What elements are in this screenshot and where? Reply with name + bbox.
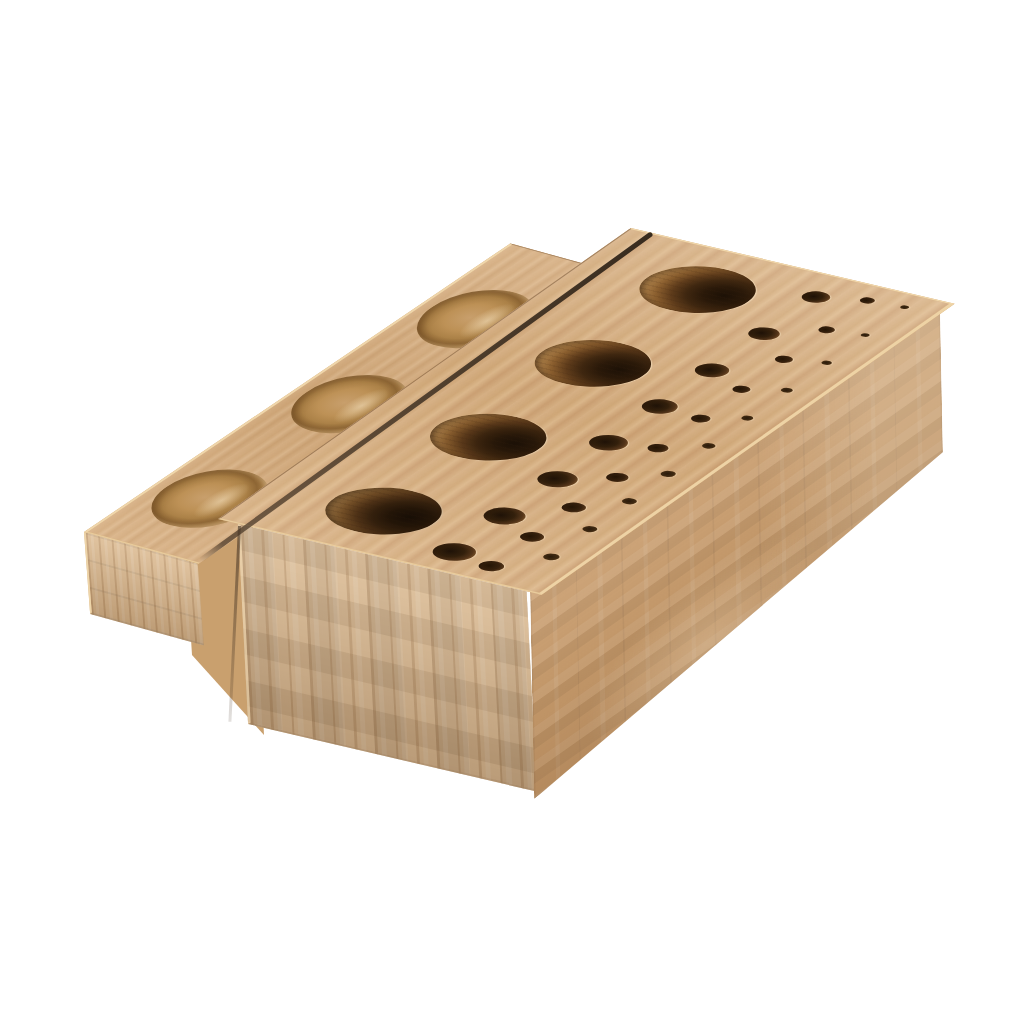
small-hole	[558, 501, 589, 514]
small-hole	[601, 471, 631, 483]
small-hole	[772, 354, 796, 364]
large-hole	[409, 405, 568, 469]
small-hole	[473, 559, 508, 573]
medium-hole	[635, 397, 684, 417]
large-hole	[514, 331, 673, 395]
tiny-hole	[619, 497, 639, 505]
tiny-hole	[859, 332, 872, 337]
small-hole	[857, 296, 877, 304]
tiny-hole	[539, 552, 561, 561]
small-hole	[729, 384, 754, 394]
medium-hole	[688, 361, 735, 380]
small-hole	[644, 442, 672, 453]
tiny-hole	[579, 525, 600, 534]
small-hole	[687, 413, 713, 424]
medium-hole	[424, 540, 483, 564]
tiny-hole	[899, 305, 911, 310]
medium-hole	[582, 432, 635, 453]
tiny-hole	[699, 442, 717, 449]
medium-hole	[476, 505, 533, 528]
medium-hole	[529, 468, 584, 490]
small-hole	[814, 325, 836, 334]
medium-hole	[796, 289, 835, 305]
tiny-hole	[819, 360, 833, 366]
tiny-hole	[659, 470, 678, 478]
small-hole	[516, 530, 549, 543]
tiny-hole	[739, 415, 756, 422]
large-hole	[304, 479, 463, 543]
large-hole	[618, 258, 777, 322]
medium-hole	[742, 325, 785, 342]
tiny-hole	[779, 387, 795, 394]
organizer-photo	[0, 0, 1024, 1024]
